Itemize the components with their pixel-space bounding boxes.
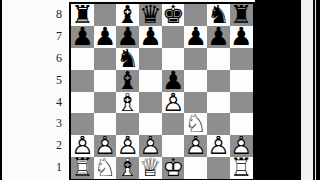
- white-knight: ♞♘: [94, 157, 117, 179]
- square-f7: ♟: [184, 26, 207, 48]
- right-page-strip: [301, 0, 313, 180]
- square-b1: ♞♘: [94, 157, 117, 179]
- square-h1: ♜♖: [230, 157, 253, 179]
- chess-board: ♜♝♛♚♞♜♟♟♟♟♟♟♟♞♝♟♝♗♟♙♞♘♟♙♟♙♟♙♟♙♟♙♟♙♟♙♜♖♞♘…: [71, 4, 253, 179]
- rank-label-6: 6: [44, 48, 66, 70]
- white-pawn: ♟♙: [162, 92, 185, 114]
- rank-label-8: 8: [44, 4, 66, 26]
- white-bishop: ♝♗: [116, 157, 139, 179]
- square-d1: ♛♕: [139, 157, 162, 179]
- square-d6: [139, 48, 162, 70]
- black-pawn: ♟: [139, 26, 162, 48]
- square-f1: [184, 157, 207, 179]
- square-c1: ♝♗: [116, 157, 139, 179]
- square-h4: [230, 92, 253, 114]
- frame-left-edge-line: [0, 0, 2, 180]
- rank-label-4: 4: [44, 92, 66, 114]
- rank-label-1: 1: [44, 157, 66, 179]
- square-b6: [94, 48, 117, 70]
- black-pawn: ♟: [207, 26, 230, 48]
- square-a5: [71, 70, 94, 92]
- board-frame: ♜♝♛♚♞♜♟♟♟♟♟♟♟♞♝♟♝♗♟♙♞♘♟♙♟♙♟♙♟♙♟♙♟♙♟♙♜♖♞♘…: [69, 2, 255, 180]
- square-b7: ♟: [94, 26, 117, 48]
- white-king: ♚♔: [162, 157, 185, 179]
- square-e7: [162, 26, 185, 48]
- rank-label-7: 7: [44, 26, 66, 48]
- square-h7: ♟: [230, 26, 253, 48]
- square-g7: ♟: [207, 26, 230, 48]
- rank-label-2: 2: [44, 135, 66, 157]
- square-c4: ♝♗: [116, 92, 139, 114]
- rank-labels: 87654321: [44, 4, 66, 179]
- square-h5: [230, 70, 253, 92]
- square-a7: ♟: [71, 26, 94, 48]
- square-d7: ♟: [139, 26, 162, 48]
- square-g6: [207, 48, 230, 70]
- square-e1: ♚♔: [162, 157, 185, 179]
- square-f5: [184, 70, 207, 92]
- white-pawn: ♟♙: [184, 135, 207, 157]
- white-rook: ♜♖: [230, 157, 253, 179]
- square-a4: [71, 92, 94, 114]
- black-pawn: ♟: [94, 26, 117, 48]
- rank-label-5: 5: [44, 70, 66, 92]
- square-g5: [207, 70, 230, 92]
- square-g1: [207, 157, 230, 179]
- square-e3: [162, 113, 185, 135]
- rank-label-3: 3: [44, 113, 66, 135]
- square-f6: [184, 48, 207, 70]
- black-pawn: ♟: [230, 26, 253, 48]
- square-b4: [94, 92, 117, 114]
- square-a1: ♜♖: [71, 157, 94, 179]
- black-pawn: ♟: [184, 26, 207, 48]
- square-e4: ♟♙: [162, 92, 185, 114]
- right-strip-thin-line: [315, 0, 316, 180]
- white-pawn: ♟♙: [207, 135, 230, 157]
- square-d5: [139, 70, 162, 92]
- square-b5: [94, 70, 117, 92]
- square-a6: [71, 48, 94, 70]
- white-rook: ♜♖: [71, 157, 94, 179]
- square-d4: [139, 92, 162, 114]
- black-king: ♚: [162, 4, 185, 26]
- black-pawn: ♟: [71, 26, 94, 48]
- white-bishop: ♝♗: [116, 92, 139, 114]
- square-h6: [230, 48, 253, 70]
- square-g4: [207, 92, 230, 114]
- square-e8: ♚: [162, 4, 185, 26]
- square-f2: ♟♙: [184, 135, 207, 157]
- white-queen: ♛♕: [139, 157, 162, 179]
- square-g2: ♟♙: [207, 135, 230, 157]
